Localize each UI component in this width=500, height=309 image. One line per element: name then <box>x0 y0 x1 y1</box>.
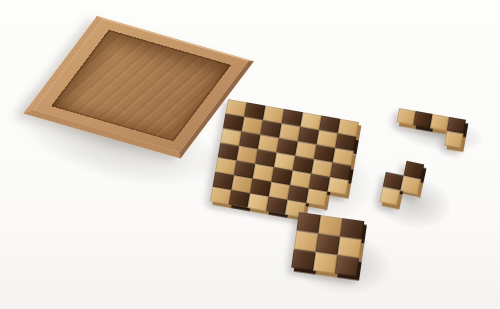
cube-dark <box>335 255 359 277</box>
tray-floor <box>51 30 231 142</box>
cube-light <box>313 252 337 274</box>
cube-light <box>444 131 463 148</box>
cube-light <box>327 177 348 195</box>
cube-light <box>400 176 421 195</box>
loose-piece-square-3x3[interactable] <box>291 212 364 277</box>
cube-dark <box>291 249 315 271</box>
loose-piece-l-pentomino[interactable] <box>394 108 466 148</box>
cube-light <box>306 188 327 206</box>
puzzle-photo-scene <box>0 0 500 309</box>
